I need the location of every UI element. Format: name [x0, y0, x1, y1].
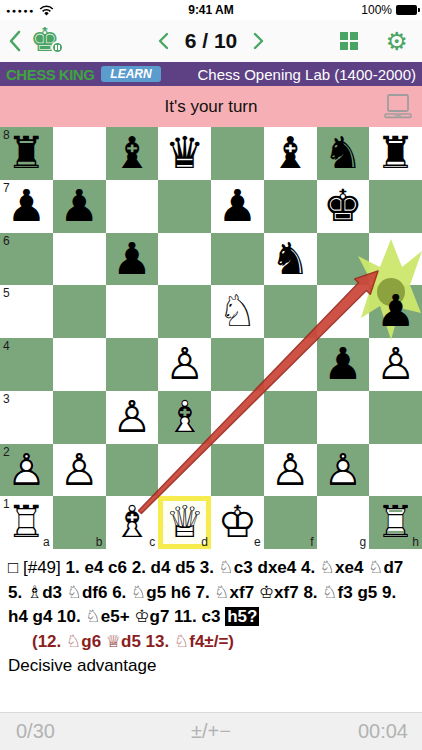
evaluation-label: ±/+− — [0, 720, 422, 743]
square-f4[interactable] — [264, 338, 317, 391]
square-e3[interactable] — [211, 391, 264, 444]
black-pawn-b7[interactable]: ♟ — [53, 180, 106, 233]
assessment-text: Decisive advantage — [8, 654, 414, 679]
square-d7[interactable] — [158, 180, 211, 233]
square-c3[interactable]: ♟♙ — [106, 391, 159, 444]
square-f7[interactable] — [264, 180, 317, 233]
square-a8[interactable]: 8♜ — [0, 127, 53, 180]
square-d1[interactable]: d♛♕ — [158, 496, 211, 549]
black-knight-g8[interactable]: ♞ — [317, 127, 370, 180]
square-c5[interactable] — [106, 285, 159, 338]
square-g6[interactable] — [317, 233, 370, 286]
learn-badge: LEARN — [101, 66, 160, 82]
square-c4[interactable] — [106, 338, 159, 391]
black-queen-d8[interactable]: ♛ — [158, 127, 211, 180]
square-b6[interactable] — [53, 233, 106, 286]
square-a2[interactable]: 2♟♙ — [0, 444, 53, 497]
status-bar: ●●●●● 9:41 AM 100% — [0, 0, 422, 20]
square-e4[interactable] — [211, 338, 264, 391]
square-e8[interactable] — [211, 127, 264, 180]
square-d2[interactable] — [158, 444, 211, 497]
bottom-bar: 0/30 ±/+− 00:04 — [0, 712, 422, 750]
square-e5[interactable]: ♞♘ — [211, 285, 264, 338]
square-h7[interactable] — [369, 180, 422, 233]
position-counter: 6 / 10 — [185, 29, 238, 53]
square-d4[interactable]: ♟♙ — [158, 338, 211, 391]
square-d5[interactable] — [158, 285, 211, 338]
file-label-f: f — [310, 535, 313, 549]
square-e2[interactable] — [211, 444, 264, 497]
square-a5[interactable]: 5 — [0, 285, 53, 338]
prev-position-chevron[interactable] — [158, 32, 169, 50]
square-f6[interactable]: ♞ — [264, 233, 317, 286]
current-move[interactable]: h5? — [225, 607, 259, 626]
black-pawn-a7[interactable]: ♟ — [0, 180, 53, 233]
square-b2[interactable]: ♟♙ — [53, 444, 106, 497]
square-c7[interactable] — [106, 180, 159, 233]
square-b3[interactable] — [53, 391, 106, 444]
rank-label-3: 3 — [3, 392, 10, 406]
square-h2[interactable] — [369, 444, 422, 497]
square-f8[interactable]: ♝ — [264, 127, 317, 180]
square-d3[interactable]: ♝♗ — [158, 391, 211, 444]
file-label-b: b — [96, 535, 103, 549]
rank-label-5: 5 — [3, 286, 10, 300]
white-rook-h1[interactable]: ♜♖ — [369, 496, 422, 549]
black-bishop-f8[interactable]: ♝ — [264, 127, 317, 180]
notation-prefix: □ [#49] — [8, 558, 66, 577]
brand-name: CHESS KING — [6, 66, 94, 83]
black-pawn-e7[interactable]: ♟ — [211, 180, 264, 233]
square-g5[interactable] — [317, 285, 370, 338]
white-bishop-c1[interactable]: ♝♗ — [106, 496, 159, 549]
square-b7[interactable]: ♟ — [53, 180, 106, 233]
square-e7[interactable]: ♟ — [211, 180, 264, 233]
black-pawn-h5[interactable]: ♟ — [369, 285, 422, 338]
square-h6[interactable] — [369, 233, 422, 286]
black-knight-f6[interactable]: ♞ — [264, 233, 317, 286]
square-g2[interactable]: ♟♙ — [317, 444, 370, 497]
square-f2[interactable]: ♟♙ — [264, 444, 317, 497]
rank-label-6: 6 — [3, 234, 10, 248]
square-d8[interactable]: ♛ — [158, 127, 211, 180]
square-f1[interactable]: f — [264, 496, 317, 549]
black-king-g7[interactable]: ♚ — [317, 180, 370, 233]
square-b4[interactable] — [53, 338, 106, 391]
square-c8[interactable]: ♝ — [106, 127, 159, 180]
black-rook-a8[interactable]: ♜ — [0, 127, 53, 180]
next-position-chevron[interactable] — [253, 32, 264, 50]
square-b5[interactable] — [53, 285, 106, 338]
square-e6[interactable] — [211, 233, 264, 286]
prompt-bar: It's your turn — [0, 86, 422, 127]
move-notation: □ [#49] 1. e4 c6 2. d4 d5 3. ♘c3 dxe4 4.… — [0, 549, 422, 679]
square-g1[interactable]: g — [317, 496, 370, 549]
square-a3[interactable]: 3 — [0, 391, 53, 444]
variation-line[interactable]: (12. ♘g6 ♕d5 13. ♘f4±/=) — [8, 630, 414, 655]
square-b1[interactable]: b — [53, 496, 106, 549]
black-pawn-c6[interactable]: ♟ — [106, 233, 159, 286]
square-b8[interactable] — [53, 127, 106, 180]
square-f3[interactable] — [264, 391, 317, 444]
square-h3[interactable] — [369, 391, 422, 444]
clock-time: 9:41 AM — [0, 3, 422, 17]
square-h4[interactable]: ♟♙ — [369, 338, 422, 391]
square-c6[interactable]: ♟ — [106, 233, 159, 286]
square-a6[interactable]: 6 — [0, 233, 53, 286]
square-a4[interactable]: 4 — [0, 338, 53, 391]
square-d6[interactable] — [158, 233, 211, 286]
spacer — [0, 679, 422, 713]
turn-message: It's your turn — [164, 97, 257, 117]
battery-icon — [396, 5, 417, 15]
chess-board: 8♜♝♛♝♞♜7♟♟♟♚6♟♞5♞♘♟4♟♙♟♟♙3♟♙♝♗2♟♙♟♙♟♙♟♙1… — [0, 127, 422, 549]
white-king-e1[interactable]: ♚♔ — [211, 496, 264, 549]
white-knight-e5[interactable]: ♞♘ — [211, 285, 264, 338]
square-g8[interactable]: ♞ — [317, 127, 370, 180]
square-g4[interactable]: ♟ — [317, 338, 370, 391]
square-g3[interactable] — [317, 391, 370, 444]
black-pawn-g4[interactable]: ♟ — [317, 338, 370, 391]
white-pawn-g2[interactable]: ♟♙ — [317, 444, 370, 497]
white-pawn-c3[interactable]: ♟♙ — [106, 391, 159, 444]
square-c2[interactable] — [106, 444, 159, 497]
white-bishop-d3[interactable]: ♝♗ — [158, 391, 211, 444]
computer-move-icon[interactable] — [383, 93, 413, 120]
white-pawn-b2[interactable]: ♟♙ — [53, 444, 106, 497]
square-h8[interactable]: ♜ — [369, 127, 422, 180]
square-e1[interactable]: e♚♔ — [211, 496, 264, 549]
nav-bar: ♚ 6 / 10 ⚙ — [0, 20, 422, 62]
square-h1[interactable]: h♜♖ — [369, 496, 422, 549]
square-g7[interactable]: ♚ — [317, 180, 370, 233]
white-pawn-f2[interactable]: ♟♙ — [264, 444, 317, 497]
white-rook-a1[interactable]: ♜♖ — [0, 496, 53, 549]
white-queen-d1[interactable]: ♛♕ — [158, 496, 211, 549]
black-bishop-c8[interactable]: ♝ — [106, 127, 159, 180]
file-label-g: g — [360, 535, 367, 549]
white-pawn-a2[interactable]: ♟♙ — [0, 444, 53, 497]
white-pawn-h4[interactable]: ♟♙ — [369, 338, 422, 391]
square-c1[interactable]: c♝♗ — [106, 496, 159, 549]
black-rook-h8[interactable]: ♜ — [369, 127, 422, 180]
square-h5[interactable]: ♟ — [369, 285, 422, 338]
square-a7[interactable]: 7♟ — [0, 180, 53, 233]
brand-bar: CHESS KING LEARN Chess Opening Lab (1400… — [0, 62, 422, 86]
square-f5[interactable] — [264, 285, 317, 338]
square-a1[interactable]: 1a♜♖ — [0, 496, 53, 549]
rank-label-4: 4 — [3, 339, 10, 353]
course-title: Chess Opening Lab (1400-2000) — [198, 66, 416, 83]
white-pawn-d4[interactable]: ♟♙ — [158, 338, 211, 391]
main-line-moves[interactable]: 1. e4 c6 2. d4 d5 3. ♘c3 dxe4 4. ♘xe4 ♘d… — [8, 558, 403, 626]
